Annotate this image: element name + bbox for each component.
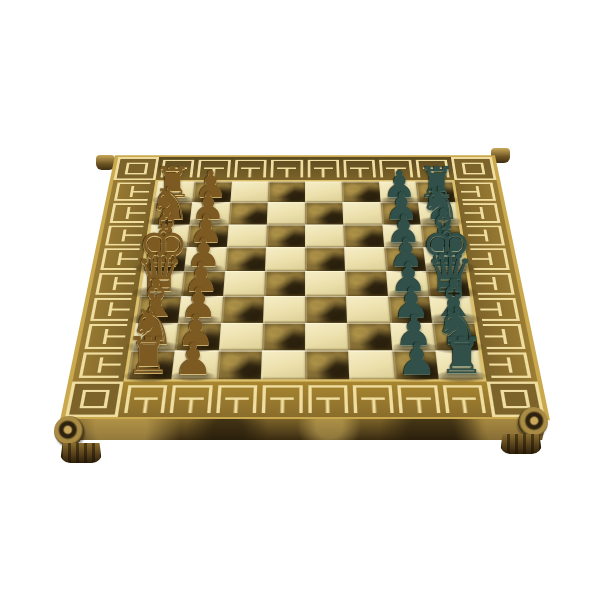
piece-white-pawn[interactable]: ♟ — [173, 337, 212, 381]
product-photo: ♜♞♝♛♚♝♞♜♟♟♟♟♟♟♟♟♟♟♟♟♟♟♟♟♜♞♝♛♚♝♞♜ — [0, 0, 600, 600]
pieces-layer: ♜♞♝♛♚♝♞♜♟♟♟♟♟♟♟♟♟♟♟♟♟♟♟♟♜♞♝♛♚♝♞♜ — [0, 0, 600, 600]
piece-black-pawn[interactable]: ♟ — [397, 337, 436, 381]
board-scene: ♜♞♝♛♚♝♞♜♟♟♟♟♟♟♟♟♟♟♟♟♟♟♟♟♜♞♝♛♚♝♞♜ — [0, 0, 600, 600]
piece-white-rook[interactable]: ♜ — [126, 331, 171, 381]
piece-black-rook[interactable]: ♜ — [439, 331, 484, 381]
